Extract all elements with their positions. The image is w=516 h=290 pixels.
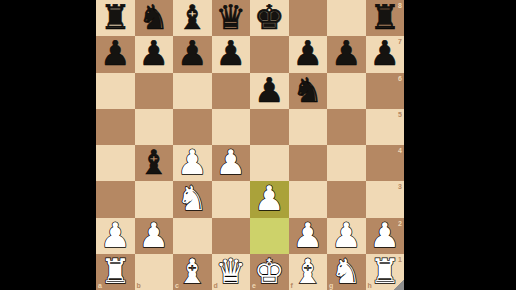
square-g5[interactable]: [327, 109, 366, 145]
piece-white-pawn[interactable]: ♟: [331, 218, 361, 252]
square-f8[interactable]: [289, 0, 328, 36]
piece-white-pawn[interactable]: ♟: [216, 145, 246, 179]
square-a8[interactable]: ♜: [96, 0, 135, 36]
piece-white-rook[interactable]: ♜: [100, 254, 130, 288]
piece-black-rook[interactable]: ♜: [370, 0, 400, 34]
piece-white-pawn[interactable]: ♟: [177, 145, 207, 179]
piece-white-pawn[interactable]: ♟: [293, 218, 323, 252]
piece-black-pawn[interactable]: ♟: [293, 36, 323, 70]
square-f2[interactable]: ♟: [289, 218, 328, 254]
rank-label-4: 4: [398, 147, 402, 154]
square-f4[interactable]: [289, 145, 328, 181]
square-f5[interactable]: [289, 109, 328, 145]
square-h7[interactable]: ♟7: [366, 36, 405, 72]
square-b4[interactable]: ♝: [135, 145, 174, 181]
square-b2[interactable]: ♟: [135, 218, 174, 254]
square-a6[interactable]: [96, 73, 135, 109]
piece-black-pawn[interactable]: ♟: [370, 36, 400, 70]
piece-white-pawn[interactable]: ♟: [254, 181, 284, 215]
piece-white-bishop[interactable]: ♝: [293, 254, 323, 288]
square-g1[interactable]: ♞g: [327, 254, 366, 290]
square-c5[interactable]: [173, 109, 212, 145]
square-e5[interactable]: [250, 109, 289, 145]
piece-black-pawn[interactable]: ♟: [139, 36, 169, 70]
square-g2[interactable]: ♟: [327, 218, 366, 254]
square-c3[interactable]: ♞: [173, 181, 212, 217]
piece-black-knight[interactable]: ♞: [293, 73, 323, 107]
square-h8[interactable]: ♜8: [366, 0, 405, 36]
square-d8[interactable]: ♛: [212, 0, 251, 36]
piece-white-knight[interactable]: ♞: [331, 254, 361, 288]
piece-black-king[interactable]: ♚: [254, 0, 284, 34]
piece-white-pawn[interactable]: ♟: [100, 218, 130, 252]
square-a5[interactable]: [96, 109, 135, 145]
square-b5[interactable]: [135, 109, 174, 145]
square-d5[interactable]: [212, 109, 251, 145]
square-d7[interactable]: ♟: [212, 36, 251, 72]
square-h6[interactable]: 6: [366, 73, 405, 109]
piece-black-pawn[interactable]: ♟: [177, 36, 207, 70]
square-f6[interactable]: ♞: [289, 73, 328, 109]
piece-black-pawn[interactable]: ♟: [216, 36, 246, 70]
square-e7[interactable]: [250, 36, 289, 72]
rank-label-5: 5: [398, 111, 402, 118]
letterbox-background: ♜♞♝♛♚♜8♟♟♟♟♟♟♟7♟♞65♝♟♟4♞♟3♟♟♟♟♟2♜ab♝c♛d♚…: [0, 0, 516, 290]
square-h5[interactable]: 5: [366, 109, 405, 145]
piece-black-bishop[interactable]: ♝: [139, 145, 169, 179]
square-c1[interactable]: ♝c: [173, 254, 212, 290]
square-b7[interactable]: ♟: [135, 36, 174, 72]
piece-white-queen[interactable]: ♛: [216, 254, 246, 288]
square-h4[interactable]: 4: [366, 145, 405, 181]
piece-white-pawn[interactable]: ♟: [139, 218, 169, 252]
piece-white-bishop[interactable]: ♝: [177, 254, 207, 288]
square-b3[interactable]: [135, 181, 174, 217]
square-d6[interactable]: [212, 73, 251, 109]
square-e2[interactable]: [250, 218, 289, 254]
square-c7[interactable]: ♟: [173, 36, 212, 72]
square-a3[interactable]: [96, 181, 135, 217]
square-f3[interactable]: [289, 181, 328, 217]
piece-black-knight[interactable]: ♞: [139, 0, 169, 34]
square-b6[interactable]: [135, 73, 174, 109]
square-e3[interactable]: ♟: [250, 181, 289, 217]
square-c6[interactable]: [173, 73, 212, 109]
board-resize-handle[interactable]: [394, 280, 404, 290]
square-d4[interactable]: ♟: [212, 145, 251, 181]
file-label-b: b: [137, 282, 141, 289]
rank-label-3: 3: [398, 183, 402, 190]
square-e8[interactable]: ♚: [250, 0, 289, 36]
square-c2[interactable]: [173, 218, 212, 254]
square-h3[interactable]: 3: [366, 181, 405, 217]
piece-white-knight[interactable]: ♞: [177, 181, 207, 215]
square-f1[interactable]: ♝f: [289, 254, 328, 290]
piece-black-pawn[interactable]: ♟: [100, 36, 130, 70]
square-b1[interactable]: b: [135, 254, 174, 290]
square-f7[interactable]: ♟: [289, 36, 328, 72]
piece-white-pawn[interactable]: ♟: [370, 218, 400, 252]
square-a1[interactable]: ♜a: [96, 254, 135, 290]
piece-black-bishop[interactable]: ♝: [177, 0, 207, 34]
square-b8[interactable]: ♞: [135, 0, 174, 36]
piece-black-queen[interactable]: ♛: [216, 0, 246, 34]
square-g3[interactable]: [327, 181, 366, 217]
square-e1[interactable]: ♚e: [250, 254, 289, 290]
square-c8[interactable]: ♝: [173, 0, 212, 36]
square-e6[interactable]: ♟: [250, 73, 289, 109]
square-d3[interactable]: [212, 181, 251, 217]
rank-label-6: 6: [398, 75, 402, 82]
piece-black-rook[interactable]: ♜: [100, 0, 130, 34]
piece-white-king[interactable]: ♚: [254, 254, 284, 288]
square-g4[interactable]: [327, 145, 366, 181]
square-a4[interactable]: [96, 145, 135, 181]
square-e4[interactable]: [250, 145, 289, 181]
square-d1[interactable]: ♛d: [212, 254, 251, 290]
square-a7[interactable]: ♟: [96, 36, 135, 72]
square-c4[interactable]: ♟: [173, 145, 212, 181]
square-g6[interactable]: [327, 73, 366, 109]
square-h2[interactable]: ♟2: [366, 218, 405, 254]
chess-board[interactable]: ♜♞♝♛♚♜8♟♟♟♟♟♟♟7♟♞65♝♟♟4♞♟3♟♟♟♟♟2♜ab♝c♛d♚…: [96, 0, 404, 290]
square-a2[interactable]: ♟: [96, 218, 135, 254]
square-g7[interactable]: ♟: [327, 36, 366, 72]
piece-black-pawn[interactable]: ♟: [331, 36, 361, 70]
square-g8[interactable]: [327, 0, 366, 36]
piece-black-pawn[interactable]: ♟: [254, 73, 284, 107]
square-d2[interactable]: [212, 218, 251, 254]
